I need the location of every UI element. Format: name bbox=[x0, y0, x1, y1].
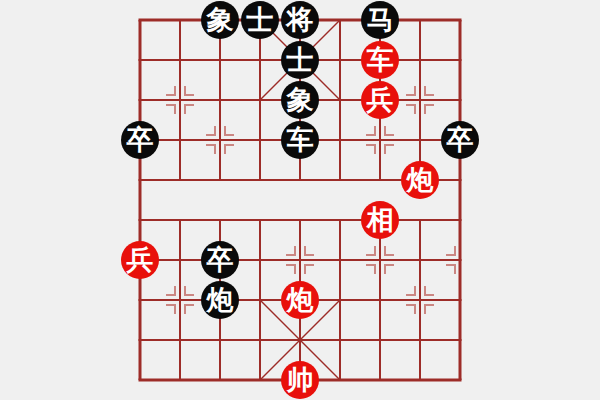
piece-red-king[interactable]: 帅 bbox=[281, 361, 319, 399]
piece-glyph: 炮 bbox=[287, 286, 314, 313]
piece-glyph: 马 bbox=[367, 6, 394, 33]
piece-glyph: 将 bbox=[287, 6, 314, 33]
piece-glyph: 士 bbox=[247, 6, 274, 33]
piece-black-king[interactable]: 将 bbox=[281, 1, 319, 39]
piece-glyph: 车 bbox=[287, 126, 314, 153]
piece-glyph: 车 bbox=[367, 46, 394, 73]
piece-red-cannon[interactable]: 炮 bbox=[401, 161, 439, 199]
xiangqi-app: 象士将马士车象兵卒车卒炮相兵卒炮炮帅 bbox=[0, 0, 600, 400]
piece-black-chariot[interactable]: 车 bbox=[281, 121, 319, 159]
piece-red-elephant[interactable]: 相 bbox=[361, 201, 399, 239]
piece-glyph: 象 bbox=[207, 6, 234, 33]
piece-glyph: 相 bbox=[367, 206, 394, 233]
piece-glyph: 卒 bbox=[127, 126, 154, 153]
piece-glyph: 帅 bbox=[287, 366, 314, 393]
piece-glyph: 炮 bbox=[207, 286, 234, 313]
piece-red-chariot[interactable]: 车 bbox=[361, 41, 399, 79]
piece-red-soldier[interactable]: 兵 bbox=[121, 241, 159, 279]
piece-glyph: 卒 bbox=[207, 246, 234, 273]
board-points: 象士将马士车象兵卒车卒炮相兵卒炮炮帅 bbox=[120, 0, 480, 400]
piece-black-advisor[interactable]: 士 bbox=[241, 1, 279, 39]
piece-black-elephant[interactable]: 象 bbox=[281, 81, 319, 119]
piece-black-cannon[interactable]: 炮 bbox=[201, 281, 239, 319]
piece-glyph: 兵 bbox=[127, 246, 154, 273]
piece-black-advisor[interactable]: 士 bbox=[281, 41, 319, 79]
piece-black-soldier[interactable]: 卒 bbox=[441, 121, 479, 159]
piece-black-soldier[interactable]: 卒 bbox=[201, 241, 239, 279]
piece-black-elephant[interactable]: 象 bbox=[201, 1, 239, 39]
piece-glyph: 卒 bbox=[447, 126, 474, 153]
piece-glyph: 士 bbox=[287, 46, 314, 73]
xiangqi-board: 象士将马士车象兵卒车卒炮相兵卒炮炮帅 bbox=[0, 0, 600, 400]
piece-glyph: 炮 bbox=[407, 166, 434, 193]
piece-black-soldier[interactable]: 卒 bbox=[121, 121, 159, 159]
piece-glyph: 兵 bbox=[367, 86, 394, 113]
piece-red-soldier[interactable]: 兵 bbox=[361, 81, 399, 119]
piece-black-horse[interactable]: 马 bbox=[361, 1, 399, 39]
piece-red-cannon[interactable]: 炮 bbox=[281, 281, 319, 319]
piece-glyph: 象 bbox=[287, 86, 314, 113]
